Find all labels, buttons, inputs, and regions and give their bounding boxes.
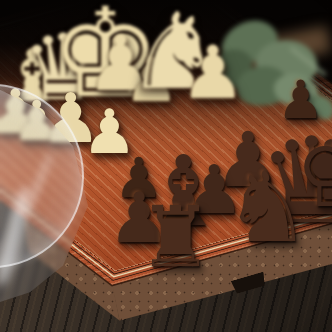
chess-set-photo: ♝ ♛ ♚ ♟ ♟ ♞ ♟ ♟ ♟ ♟ ♟ ♟ ♛ ♚ ♟ ♞ ♝ ♟ ♟ ♟ … (0, 0, 332, 332)
white-pawn[interactable]: ♟ (180, 42, 236, 103)
black-rook[interactable]: ♜ (138, 202, 202, 272)
